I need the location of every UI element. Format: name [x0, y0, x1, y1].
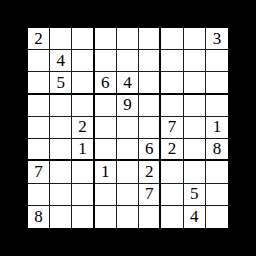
sudoku-cell[interactable] [161, 184, 183, 206]
sudoku-cell[interactable] [95, 139, 117, 161]
sudoku-cell[interactable]: 4 [50, 50, 72, 72]
sudoku-cell[interactable] [28, 72, 50, 94]
given-digit: 2 [145, 163, 154, 180]
sudoku-cell[interactable] [206, 184, 228, 206]
given-digit: 7 [168, 118, 177, 135]
sudoku-cell[interactable] [28, 184, 50, 206]
sudoku-cell[interactable] [117, 161, 139, 183]
given-digit: 8 [213, 140, 222, 157]
given-digit: 2 [78, 118, 87, 135]
sudoku-cell[interactable]: 1 [95, 161, 117, 183]
sudoku-cell[interactable] [95, 50, 117, 72]
sudoku-cell[interactable] [206, 72, 228, 94]
given-digit: 9 [123, 96, 132, 113]
given-digit: 5 [57, 74, 66, 91]
sudoku-cell[interactable] [117, 28, 139, 50]
sudoku-cell[interactable]: 4 [184, 206, 206, 228]
given-digit: 6 [101, 74, 110, 91]
sudoku-cell[interactable]: 2 [72, 117, 94, 139]
sudoku-cell[interactable]: 7 [161, 117, 183, 139]
sudoku-cell[interactable] [95, 184, 117, 206]
sudoku-cell[interactable] [139, 117, 161, 139]
sudoku-cell[interactable] [28, 95, 50, 117]
given-digit: 4 [57, 52, 66, 69]
sudoku-cell[interactable]: 2 [28, 28, 50, 50]
sudoku-cell[interactable] [117, 117, 139, 139]
sudoku-cell[interactable] [50, 117, 72, 139]
sudoku-cell[interactable]: 1 [206, 117, 228, 139]
sudoku-cell[interactable]: 8 [206, 139, 228, 161]
sudoku-cell[interactable] [28, 139, 50, 161]
sudoku-cell[interactable]: 8 [28, 206, 50, 228]
given-digit: 1 [213, 118, 222, 135]
sudoku-cell[interactable]: 7 [28, 161, 50, 183]
sudoku-cell[interactable] [184, 72, 206, 94]
given-digit: 4 [123, 74, 132, 91]
sudoku-cell[interactable]: 1 [72, 139, 94, 161]
sudoku-cell[interactable] [95, 28, 117, 50]
sudoku-cell[interactable] [184, 50, 206, 72]
sudoku-cell[interactable]: 5 [184, 184, 206, 206]
sudoku-cell[interactable] [161, 206, 183, 228]
sudoku-cell[interactable] [95, 206, 117, 228]
given-digit: 1 [101, 163, 110, 180]
given-digit: 7 [34, 163, 43, 180]
sudoku-cell[interactable] [117, 139, 139, 161]
page-background: 234564927116287127584 [0, 0, 256, 256]
sudoku-cell[interactable] [117, 206, 139, 228]
sudoku-cell[interactable]: 5 [50, 72, 72, 94]
sudoku-cell[interactable]: 4 [117, 72, 139, 94]
sudoku-cell[interactable]: 9 [117, 95, 139, 117]
sudoku-cell[interactable] [161, 95, 183, 117]
sudoku-cell[interactable] [161, 50, 183, 72]
sudoku-cell[interactable]: 6 [95, 72, 117, 94]
sudoku-cell[interactable] [184, 28, 206, 50]
given-digit: 5 [190, 185, 199, 202]
sudoku-board: 234564927116287127584 [26, 26, 230, 230]
sudoku-cell[interactable] [72, 72, 94, 94]
sudoku-cell[interactable] [184, 117, 206, 139]
sudoku-cell[interactable] [95, 95, 117, 117]
sudoku-cell[interactable] [139, 95, 161, 117]
sudoku-cell[interactable] [28, 117, 50, 139]
sudoku-cell[interactable]: 2 [161, 139, 183, 161]
sudoku-cell[interactable] [50, 184, 72, 206]
sudoku-cell[interactable] [72, 28, 94, 50]
sudoku-cell[interactable]: 3 [206, 28, 228, 50]
sudoku-cell[interactable] [139, 50, 161, 72]
sudoku-cell[interactable] [28, 50, 50, 72]
sudoku-cell[interactable] [117, 50, 139, 72]
sudoku-cell[interactable] [72, 206, 94, 228]
given-digit: 7 [145, 185, 154, 202]
sudoku-cell[interactable] [50, 95, 72, 117]
sudoku-cell[interactable] [72, 184, 94, 206]
sudoku-cell[interactable] [95, 117, 117, 139]
given-digit: 1 [78, 140, 87, 157]
given-digit: 2 [34, 30, 43, 47]
sudoku-cell[interactable] [139, 206, 161, 228]
given-digit: 6 [145, 140, 154, 157]
sudoku-cell[interactable] [184, 95, 206, 117]
sudoku-cell[interactable] [206, 95, 228, 117]
sudoku-cell[interactable] [184, 139, 206, 161]
sudoku-cell[interactable] [139, 72, 161, 94]
sudoku-cell[interactable] [72, 95, 94, 117]
sudoku-cell[interactable] [161, 72, 183, 94]
sudoku-cell[interactable] [139, 28, 161, 50]
sudoku-cell[interactable]: 6 [139, 139, 161, 161]
sudoku-cell[interactable] [161, 161, 183, 183]
sudoku-cell[interactable] [161, 28, 183, 50]
sudoku-cell[interactable] [206, 161, 228, 183]
sudoku-cell[interactable] [206, 206, 228, 228]
given-digit: 2 [168, 140, 177, 157]
given-digit: 4 [190, 208, 199, 225]
sudoku-cell[interactable]: 7 [139, 184, 161, 206]
sudoku-cell[interactable] [184, 161, 206, 183]
sudoku-cell[interactable] [50, 161, 72, 183]
sudoku-cell[interactable]: 2 [139, 161, 161, 183]
sudoku-cell[interactable] [50, 28, 72, 50]
given-digit: 8 [34, 208, 43, 225]
sudoku-cell[interactable] [72, 50, 94, 72]
sudoku-cell[interactable] [206, 50, 228, 72]
sudoku-cell[interactable] [50, 206, 72, 228]
given-digit: 3 [213, 30, 222, 47]
sudoku-cell[interactable] [117, 184, 139, 206]
sudoku-cell[interactable] [50, 139, 72, 161]
sudoku-cell[interactable] [72, 161, 94, 183]
